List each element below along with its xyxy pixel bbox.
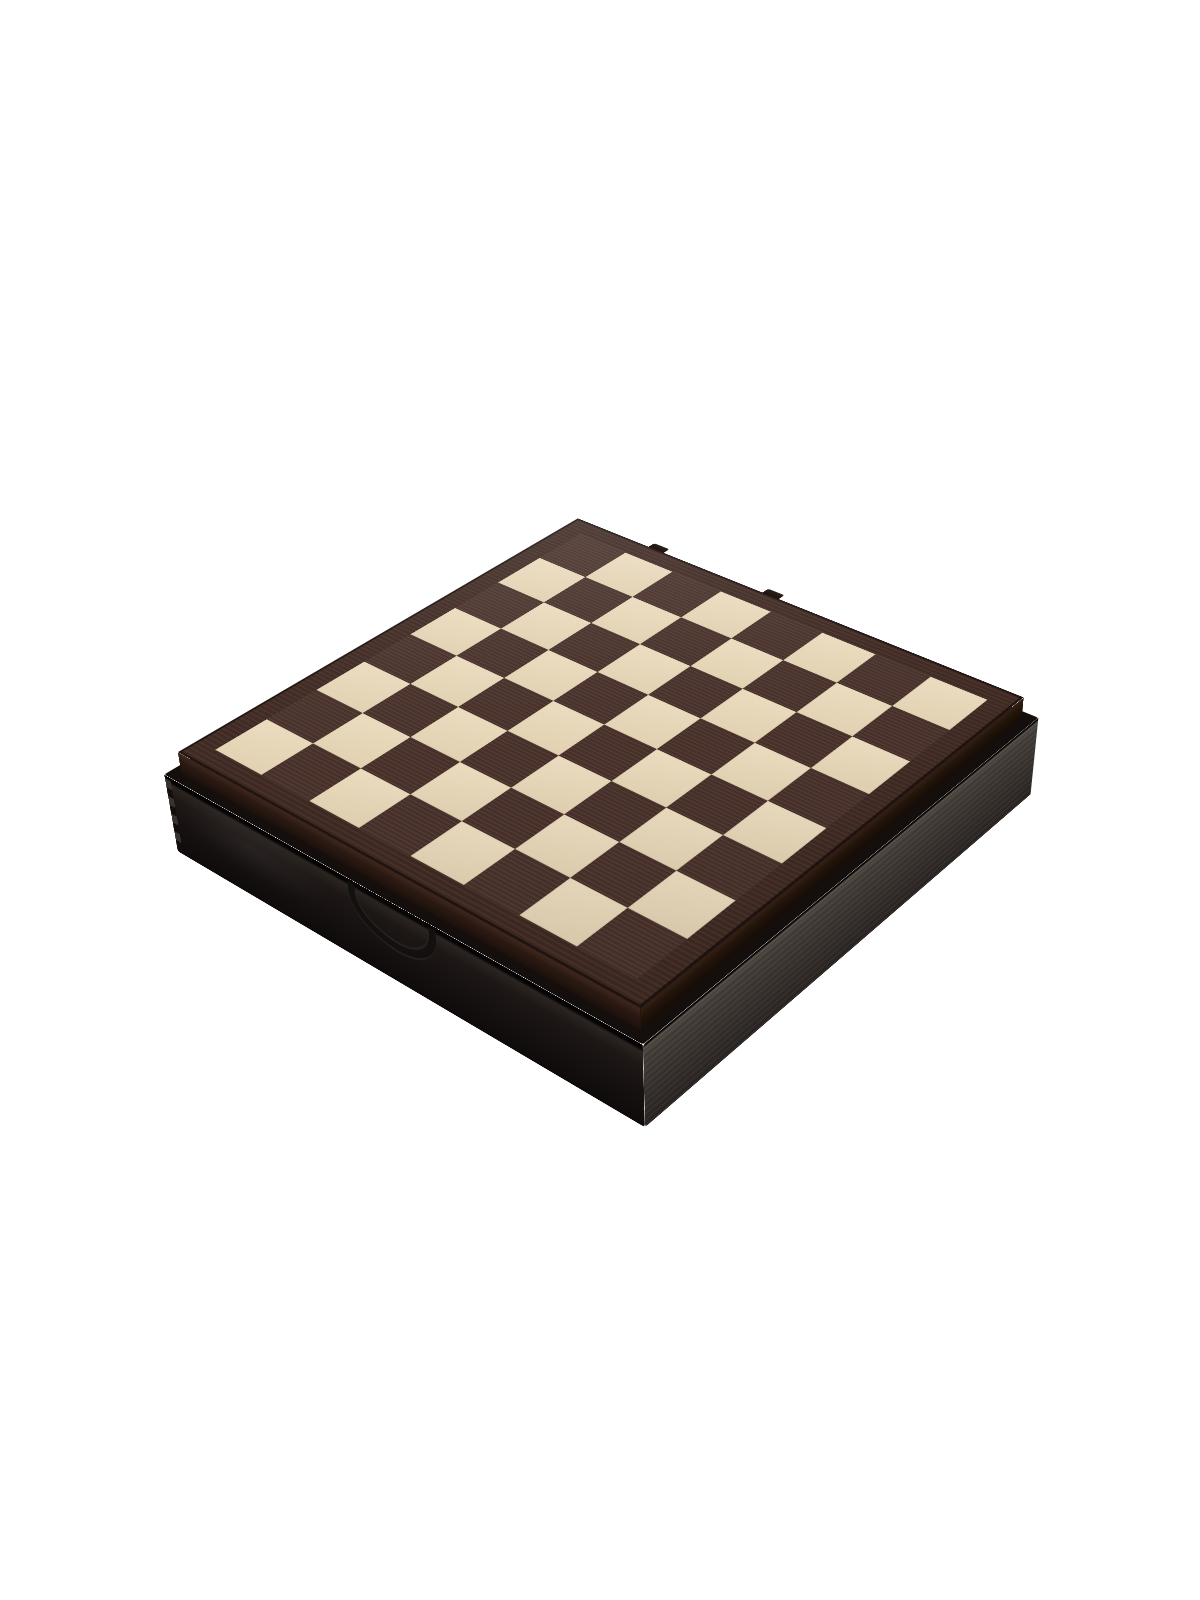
- chess-board-lid: [178, 518, 1024, 1008]
- hinge-icon: [647, 543, 669, 553]
- finger-joints: [165, 778, 183, 852]
- product-photo: [0, 0, 1200, 1600]
- chess-box: [164, 531, 1038, 1045]
- hinge-icon: [761, 589, 784, 600]
